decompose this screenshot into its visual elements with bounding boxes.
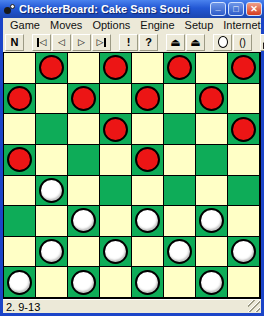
red-checker[interactable] bbox=[103, 55, 128, 80]
left-triangle-icon: ◁ bbox=[58, 38, 65, 47]
board-square[interactable] bbox=[132, 145, 164, 176]
app-icon bbox=[3, 3, 16, 15]
board-square[interactable] bbox=[196, 267, 228, 298]
white-checker[interactable] bbox=[199, 208, 224, 233]
board-square[interactable] bbox=[36, 237, 68, 268]
board-square[interactable] bbox=[36, 145, 68, 176]
board-square[interactable] bbox=[132, 206, 164, 237]
board-square[interactable] bbox=[164, 237, 196, 268]
board-square[interactable] bbox=[164, 176, 196, 207]
board-square[interactable] bbox=[132, 267, 164, 298]
white-checker[interactable] bbox=[199, 270, 224, 295]
up-arrow-tray-icon: ⏏ bbox=[190, 37, 200, 48]
board-square[interactable] bbox=[36, 267, 68, 298]
board-square[interactable] bbox=[132, 53, 164, 84]
white-checker[interactable] bbox=[167, 239, 192, 264]
board-square[interactable] bbox=[196, 176, 228, 207]
triangle-bar-right-icon: ▷ bbox=[97, 38, 107, 47]
analyze-button[interactable]: ? bbox=[139, 34, 158, 51]
prev-move-button[interactable]: ◁ bbox=[52, 34, 71, 51]
board-square[interactable] bbox=[164, 53, 196, 84]
menu-internet[interactable]: Internet bbox=[218, 18, 264, 32]
board-square[interactable] bbox=[36, 84, 68, 115]
white-checker[interactable] bbox=[71, 208, 96, 233]
red-checker[interactable] bbox=[135, 147, 160, 172]
checkers-board bbox=[3, 52, 261, 299]
white-checker[interactable] bbox=[7, 270, 32, 295]
board-square[interactable] bbox=[68, 237, 100, 268]
new-game-button[interactable]: N bbox=[5, 34, 24, 51]
right-triangle-icon: ▷ bbox=[78, 38, 85, 47]
white-checker[interactable] bbox=[71, 270, 96, 295]
menu-setup[interactable]: Setup bbox=[180, 18, 219, 32]
menu-bar: Game Moves Options Engine Setup Internet… bbox=[3, 18, 261, 32]
save-button[interactable]: ⏏ bbox=[186, 34, 205, 51]
board-square[interactable] bbox=[68, 145, 100, 176]
board-square[interactable] bbox=[4, 53, 36, 84]
board-square[interactable] bbox=[164, 267, 196, 298]
white-checker[interactable] bbox=[39, 178, 64, 203]
board-square[interactable] bbox=[36, 206, 68, 237]
board-square[interactable] bbox=[4, 114, 36, 145]
board-square[interactable] bbox=[164, 206, 196, 237]
board-square[interactable] bbox=[4, 145, 36, 176]
board-square[interactable] bbox=[196, 206, 228, 237]
board-square[interactable] bbox=[100, 206, 132, 237]
board-square[interactable] bbox=[100, 267, 132, 298]
board-square[interactable] bbox=[164, 145, 196, 176]
find-game-button[interactable] bbox=[260, 34, 264, 51]
board-square[interactable] bbox=[4, 176, 36, 207]
red-checker[interactable] bbox=[167, 55, 192, 80]
red-checker[interactable] bbox=[7, 86, 32, 111]
board-square[interactable] bbox=[100, 176, 132, 207]
board-square[interactable] bbox=[68, 176, 100, 207]
board-square[interactable] bbox=[4, 84, 36, 115]
toolbar: N ◁ ◁ ▷ ▷ ! ? ⏏ ⏏ () bbox=[3, 32, 261, 52]
first-move-button[interactable]: ◁ bbox=[32, 34, 51, 51]
board-square[interactable] bbox=[68, 206, 100, 237]
board-square[interactable] bbox=[164, 84, 196, 115]
board-square[interactable] bbox=[132, 84, 164, 115]
resize-grip[interactable] bbox=[248, 300, 260, 312]
board-square[interactable] bbox=[132, 237, 164, 268]
maximize-button[interactable]: □ bbox=[228, 2, 244, 16]
board-square[interactable] bbox=[68, 84, 100, 115]
board-square[interactable] bbox=[196, 53, 228, 84]
board-square[interactable] bbox=[100, 114, 132, 145]
board-square[interactable] bbox=[132, 176, 164, 207]
red-checker[interactable] bbox=[231, 117, 256, 142]
red-checker[interactable] bbox=[199, 86, 224, 111]
last-move-button[interactable]: ▷ bbox=[92, 34, 111, 51]
board-square[interactable] bbox=[196, 84, 228, 115]
board-square[interactable] bbox=[228, 53, 260, 84]
engine-move-button[interactable]: ! bbox=[119, 34, 138, 51]
next-move-button[interactable]: ▷ bbox=[72, 34, 91, 51]
board-square[interactable] bbox=[100, 84, 132, 115]
board-square[interactable] bbox=[68, 267, 100, 298]
board-square[interactable] bbox=[228, 206, 260, 237]
red-checker[interactable] bbox=[39, 55, 64, 80]
checkerboard-window: CheckerBoard: Cake Sans Souci _ □ ✕ Game… bbox=[0, 0, 264, 316]
status-bar: 2. 9-13 bbox=[3, 299, 261, 313]
board-square[interactable] bbox=[68, 114, 100, 145]
red-checker[interactable] bbox=[135, 86, 160, 111]
white-checker[interactable] bbox=[103, 239, 128, 264]
comment-button[interactable]: () bbox=[233, 34, 252, 51]
board-square[interactable] bbox=[228, 114, 260, 145]
window-title: CheckerBoard: Cake Sans Souci bbox=[19, 3, 208, 15]
menu-moves[interactable]: Moves bbox=[45, 18, 87, 32]
last-move-text: 2. 9-13 bbox=[6, 301, 40, 313]
white-checker[interactable] bbox=[135, 270, 160, 295]
board-square[interactable] bbox=[4, 237, 36, 268]
board-square[interactable] bbox=[196, 237, 228, 268]
page-search-icon bbox=[263, 36, 264, 49]
board-square[interactable] bbox=[100, 53, 132, 84]
board-square[interactable] bbox=[228, 84, 260, 115]
white-checker[interactable] bbox=[39, 239, 64, 264]
board-square[interactable] bbox=[4, 206, 36, 237]
oval-button[interactable] bbox=[213, 34, 232, 51]
board-square[interactable] bbox=[228, 267, 260, 298]
board-square[interactable] bbox=[100, 145, 132, 176]
close-button[interactable]: ✕ bbox=[246, 2, 262, 16]
menu-options[interactable]: Options bbox=[87, 18, 135, 32]
board-square[interactable] bbox=[196, 114, 228, 145]
red-checker[interactable] bbox=[71, 86, 96, 111]
red-checker[interactable] bbox=[7, 147, 32, 172]
red-checker[interactable] bbox=[231, 55, 256, 80]
up-arrow-tray-icon: ⏏ bbox=[170, 37, 180, 48]
ellipse-outline-icon bbox=[218, 36, 228, 48]
menu-game[interactable]: Game bbox=[5, 18, 45, 32]
board-square[interactable] bbox=[68, 53, 100, 84]
board-square[interactable] bbox=[196, 145, 228, 176]
white-checker[interactable] bbox=[231, 239, 256, 264]
board-square[interactable] bbox=[164, 114, 196, 145]
board-square[interactable] bbox=[100, 237, 132, 268]
white-checker[interactable] bbox=[135, 208, 160, 233]
menu-engine[interactable]: Engine bbox=[135, 18, 179, 32]
board-square[interactable] bbox=[132, 114, 164, 145]
red-checker[interactable] bbox=[103, 117, 128, 142]
board-square[interactable] bbox=[228, 237, 260, 268]
board-square[interactable] bbox=[36, 53, 68, 84]
board-square[interactable] bbox=[228, 176, 260, 207]
window-frame: Game Moves Options Engine Setup Internet… bbox=[0, 18, 264, 316]
board-square[interactable] bbox=[36, 176, 68, 207]
board-square[interactable] bbox=[4, 267, 36, 298]
bar-left-triangle-icon: ◁ bbox=[37, 38, 47, 47]
minimize-button[interactable]: _ bbox=[210, 2, 226, 16]
load-button[interactable]: ⏏ bbox=[166, 34, 185, 51]
board-square[interactable] bbox=[36, 114, 68, 145]
title-bar[interactable]: CheckerBoard: Cake Sans Souci _ □ ✕ bbox=[0, 0, 264, 18]
board-square[interactable] bbox=[228, 145, 260, 176]
